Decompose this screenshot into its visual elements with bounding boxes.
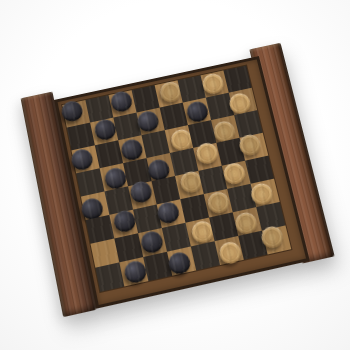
dark-man-glyph: ⛂ xyxy=(150,160,168,179)
dark-man-glyph: ⛂ xyxy=(159,203,177,223)
light-man-glyph: ⛀ xyxy=(182,172,200,191)
dark-man-glyph: ⛂ xyxy=(116,211,134,231)
light-man-glyph: ⛀ xyxy=(231,94,249,113)
dark-man-glyph: ⛂ xyxy=(143,232,161,252)
dark-piece[interactable]: ⛂ xyxy=(60,99,84,123)
light-man-glyph: ⛀ xyxy=(263,227,281,247)
dark-man-glyph: ⛂ xyxy=(113,92,130,111)
light-man-glyph: ⛀ xyxy=(241,135,259,154)
light-man-glyph: ⛀ xyxy=(198,144,216,163)
dark-piece[interactable]: ⛂ xyxy=(156,200,181,225)
dark-piece[interactable]: ⛂ xyxy=(167,250,193,276)
dark-man-glyph: ⛂ xyxy=(139,112,156,131)
dark-piece[interactable]: ⛂ xyxy=(129,180,154,205)
dark-piece[interactable]: ⛂ xyxy=(109,90,133,114)
dark-man-glyph: ⛂ xyxy=(107,169,124,188)
dark-man-glyph: ⛂ xyxy=(189,102,206,121)
dark-man-glyph: ⛂ xyxy=(126,262,144,282)
product-photo: ⛂⛂⛀⛀⛂⛂⛂⛀⛂⛂⛀⛀⛂⛂⛀⛀⛂⛂⛀⛀⛂⛂⛀⛀⛂⛀⛀⛂⛂⛀⛀ xyxy=(0,0,350,350)
light-man-glyph: ⛀ xyxy=(225,164,243,183)
light-man-glyph: ⛀ xyxy=(162,83,179,102)
light-man-glyph: ⛀ xyxy=(173,130,190,149)
light-man-glyph: ⛀ xyxy=(253,184,271,204)
light-man-glyph: ⛀ xyxy=(194,222,212,242)
light-man-glyph: ⛀ xyxy=(210,193,228,213)
light-man-glyph: ⛀ xyxy=(216,122,234,141)
dark-man-glyph: ⛂ xyxy=(123,140,140,159)
dark-piece[interactable]: ⛂ xyxy=(139,229,164,254)
dark-man-glyph: ⛂ xyxy=(64,102,81,121)
light-man-glyph: ⛀ xyxy=(237,213,255,233)
light-man-glyph: ⛀ xyxy=(221,243,239,263)
dark-man-glyph: ⛂ xyxy=(73,150,90,169)
dark-piece[interactable]: ⛂ xyxy=(70,147,95,172)
light-man-glyph: ⛀ xyxy=(204,75,221,94)
square-h8[interactable]: ⛀ xyxy=(262,225,291,254)
dark-piece[interactable]: ⛂ xyxy=(136,109,161,133)
dark-man-glyph: ⛂ xyxy=(132,182,150,202)
board-grid: ⛂⛂⛀⛀⛂⛂⛂⛀⛂⛂⛀⛀⛂⛂⛀⛀⛂⛂⛀⛀⛂⛂⛀⛀⛂⛀⛀⛂⛂⛀⛀ xyxy=(62,66,291,292)
dark-man-glyph: ⛂ xyxy=(97,120,114,139)
light-piece[interactable]: ⛀ xyxy=(201,72,226,96)
dark-man-glyph: ⛂ xyxy=(170,253,188,273)
light-piece[interactable]: ⛀ xyxy=(222,161,247,186)
dark-man-glyph: ⛂ xyxy=(83,199,100,219)
checkers-board: ⛂⛂⛀⛀⛂⛂⛂⛀⛂⛂⛀⛀⛂⛂⛀⛀⛂⛂⛀⛀⛂⛂⛀⛀⛂⛀⛀⛂⛂⛀⛀ xyxy=(21,43,335,317)
